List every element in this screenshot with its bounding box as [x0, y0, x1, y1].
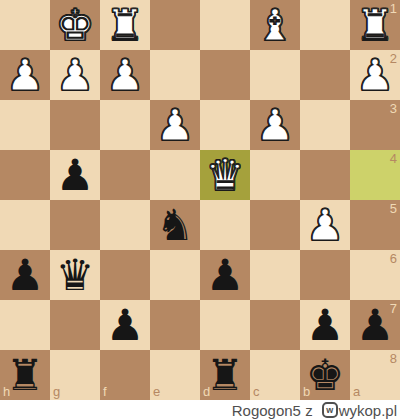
square-d3[interactable] [200, 100, 250, 150]
square-b7[interactable]: ♟ [300, 300, 350, 350]
square-e5[interactable]: ♞ [150, 200, 200, 250]
square-d1[interactable] [200, 0, 250, 50]
square-e3[interactable]: ♟ [150, 100, 200, 150]
chess-board: ♚♜♝♜1♟♟♟♟2♟♟3♟♛4♞♟5♟♛♟6♟♟♟7♜hgfe♜dc♚b8a [0, 0, 400, 400]
square-d6[interactable]: ♟ [200, 250, 250, 300]
square-c4[interactable] [250, 150, 300, 200]
file-label-d: d [203, 385, 210, 398]
file-label-b: b [303, 385, 310, 398]
square-c8[interactable]: c [250, 350, 300, 400]
watermark: Rogogon5 z w wykop.pl [0, 400, 400, 420]
white-queen: ♛ [200, 150, 250, 200]
black-pawn: ♟ [100, 300, 150, 350]
square-g4[interactable]: ♟ [50, 150, 100, 200]
square-c5[interactable] [250, 200, 300, 250]
square-e6[interactable] [150, 250, 200, 300]
square-g1[interactable]: ♚ [50, 0, 100, 50]
square-g5[interactable] [50, 200, 100, 250]
square-e4[interactable] [150, 150, 200, 200]
square-c6[interactable] [250, 250, 300, 300]
square-h8[interactable]: ♜h [0, 350, 50, 400]
square-a4[interactable]: 4 [350, 150, 400, 200]
square-f6[interactable] [100, 250, 150, 300]
rank-label-1: 1 [390, 2, 397, 15]
black-knight: ♞ [150, 200, 200, 250]
square-a5[interactable]: 5 [350, 200, 400, 250]
square-b1[interactable] [300, 0, 350, 50]
square-f8[interactable]: f [100, 350, 150, 400]
square-h5[interactable] [0, 200, 50, 250]
file-label-a: a [353, 385, 360, 398]
rank-label-2: 2 [390, 52, 397, 65]
rank-label-7: 7 [390, 302, 397, 315]
white-king: ♚ [50, 0, 100, 50]
square-c3[interactable]: ♟ [250, 100, 300, 150]
square-c1[interactable]: ♝ [250, 0, 300, 50]
file-label-f: f [103, 385, 107, 398]
rank-label-8: 8 [390, 352, 397, 365]
square-b4[interactable] [300, 150, 350, 200]
square-g3[interactable] [50, 100, 100, 150]
square-d2[interactable] [200, 50, 250, 100]
square-c7[interactable] [250, 300, 300, 350]
caption-author: Rogogon5 z [232, 402, 313, 419]
black-pawn: ♟ [50, 150, 100, 200]
square-g7[interactable] [50, 300, 100, 350]
square-e8[interactable]: e [150, 350, 200, 400]
square-h1[interactable] [0, 0, 50, 50]
square-a6[interactable]: 6 [350, 250, 400, 300]
square-a3[interactable]: 3 [350, 100, 400, 150]
square-f2[interactable]: ♟ [100, 50, 150, 100]
square-e2[interactable] [150, 50, 200, 100]
square-h4[interactable] [0, 150, 50, 200]
square-d8[interactable]: ♜d [200, 350, 250, 400]
square-e1[interactable] [150, 0, 200, 50]
file-label-c: c [253, 385, 260, 398]
white-pawn: ♟ [300, 200, 350, 250]
square-d5[interactable] [200, 200, 250, 250]
rank-label-3: 3 [390, 102, 397, 115]
square-g6[interactable]: ♛ [50, 250, 100, 300]
rank-label-5: 5 [390, 202, 397, 215]
chess-diagram: ♚♜♝♜1♟♟♟♟2♟♟3♟♛4♞♟5♟♛♟6♟♟♟7♜hgfe♜dc♚b8a … [0, 0, 400, 420]
square-b3[interactable] [300, 100, 350, 150]
square-a2[interactable]: ♟2 [350, 50, 400, 100]
square-f4[interactable] [100, 150, 150, 200]
white-pawn: ♟ [250, 100, 300, 150]
black-pawn: ♟ [300, 300, 350, 350]
square-a7[interactable]: ♟7 [350, 300, 400, 350]
rank-label-4: 4 [390, 152, 397, 165]
square-d4[interactable]: ♛ [200, 150, 250, 200]
square-c2[interactable] [250, 50, 300, 100]
square-g2[interactable]: ♟ [50, 50, 100, 100]
wykop-logo-icon: w [322, 402, 338, 418]
black-pawn: ♟ [200, 250, 250, 300]
square-b5[interactable]: ♟ [300, 200, 350, 250]
black-pawn: ♟ [0, 250, 50, 300]
white-rook: ♜ [100, 0, 150, 50]
white-bishop: ♝ [250, 0, 300, 50]
white-pawn: ♟ [0, 50, 50, 100]
white-pawn: ♟ [150, 100, 200, 150]
square-b6[interactable] [300, 250, 350, 300]
square-b2[interactable] [300, 50, 350, 100]
square-h7[interactable] [0, 300, 50, 350]
square-a8[interactable]: 8a [350, 350, 400, 400]
square-b8[interactable]: ♚b [300, 350, 350, 400]
file-label-g: g [53, 385, 60, 398]
white-pawn: ♟ [100, 50, 150, 100]
square-f3[interactable] [100, 100, 150, 150]
rank-label-6: 6 [390, 252, 397, 265]
file-label-e: e [153, 385, 160, 398]
square-f5[interactable] [100, 200, 150, 250]
square-h3[interactable] [0, 100, 50, 150]
square-f1[interactable]: ♜ [100, 0, 150, 50]
square-f7[interactable]: ♟ [100, 300, 150, 350]
caption-site: wykop.pl [339, 402, 397, 419]
white-pawn: ♟ [50, 50, 100, 100]
black-queen: ♛ [50, 250, 100, 300]
square-e7[interactable] [150, 300, 200, 350]
file-label-h: h [3, 385, 10, 398]
square-g8[interactable]: g [50, 350, 100, 400]
square-h2[interactable]: ♟ [0, 50, 50, 100]
square-h6[interactable]: ♟ [0, 250, 50, 300]
square-a1[interactable]: ♜1 [350, 0, 400, 50]
square-d7[interactable] [200, 300, 250, 350]
